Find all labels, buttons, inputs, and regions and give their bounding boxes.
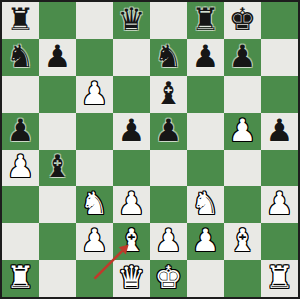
square-b3[interactable] bbox=[39, 186, 76, 223]
square-a7[interactable]: ♞ bbox=[2, 39, 39, 76]
square-f3[interactable]: ♞ bbox=[187, 186, 224, 223]
square-e4[interactable] bbox=[150, 150, 187, 187]
piece-black-pawn[interactable]: ♟ bbox=[7, 115, 35, 146]
square-c7[interactable] bbox=[76, 39, 113, 76]
square-f8[interactable]: ♜ bbox=[187, 2, 224, 39]
square-a1[interactable]: ♜ bbox=[2, 260, 39, 297]
piece-white-pawn[interactable]: ♟ bbox=[192, 225, 220, 256]
square-d5[interactable]: ♟ bbox=[113, 113, 150, 150]
piece-black-queen[interactable]: ♛ bbox=[118, 4, 146, 35]
square-c5[interactable] bbox=[76, 113, 113, 150]
piece-white-king[interactable]: ♚ bbox=[155, 262, 183, 293]
square-c4[interactable] bbox=[76, 150, 113, 187]
square-e3[interactable] bbox=[150, 186, 187, 223]
piece-black-pawn[interactable]: ♟ bbox=[266, 115, 294, 146]
square-c1[interactable] bbox=[76, 260, 113, 297]
square-f6[interactable] bbox=[187, 76, 224, 113]
square-g1[interactable] bbox=[224, 260, 261, 297]
square-c2[interactable]: ♟ bbox=[76, 223, 113, 260]
square-a4[interactable]: ♟ bbox=[2, 150, 39, 187]
piece-black-bishop[interactable]: ♝ bbox=[155, 78, 183, 109]
square-c6[interactable]: ♟ bbox=[76, 76, 113, 113]
square-e8[interactable] bbox=[150, 2, 187, 39]
square-g7[interactable]: ♟ bbox=[224, 39, 261, 76]
square-b1[interactable] bbox=[39, 260, 76, 297]
piece-white-bishop[interactable]: ♝ bbox=[118, 225, 146, 256]
square-b5[interactable] bbox=[39, 113, 76, 150]
square-e5[interactable]: ♟ bbox=[150, 113, 187, 150]
piece-white-bishop[interactable]: ♝ bbox=[229, 225, 257, 256]
piece-white-pawn[interactable]: ♟ bbox=[118, 188, 146, 219]
square-d3[interactable]: ♟ bbox=[113, 186, 150, 223]
square-b7[interactable]: ♟ bbox=[39, 39, 76, 76]
piece-white-pawn[interactable]: ♟ bbox=[229, 115, 257, 146]
piece-black-pawn[interactable]: ♟ bbox=[44, 41, 72, 72]
square-h7[interactable] bbox=[261, 39, 298, 76]
piece-white-pawn[interactable]: ♟ bbox=[81, 78, 109, 109]
square-f7[interactable]: ♟ bbox=[187, 39, 224, 76]
square-h3[interactable]: ♟ bbox=[261, 186, 298, 223]
square-d7[interactable] bbox=[113, 39, 150, 76]
square-a3[interactable] bbox=[2, 186, 39, 223]
square-h8[interactable] bbox=[261, 2, 298, 39]
square-h2[interactable] bbox=[261, 223, 298, 260]
square-f1[interactable] bbox=[187, 260, 224, 297]
square-g2[interactable]: ♝ bbox=[224, 223, 261, 260]
square-a5[interactable]: ♟ bbox=[2, 113, 39, 150]
square-e1[interactable]: ♚ bbox=[150, 260, 187, 297]
piece-black-bishop[interactable]: ♝ bbox=[44, 151, 72, 182]
square-e6[interactable]: ♝ bbox=[150, 76, 187, 113]
square-d6[interactable] bbox=[113, 76, 150, 113]
square-g6[interactable] bbox=[224, 76, 261, 113]
square-d4[interactable] bbox=[113, 150, 150, 187]
square-h5[interactable]: ♟ bbox=[261, 113, 298, 150]
square-d1[interactable]: ♛ bbox=[113, 260, 150, 297]
square-b4[interactable]: ♝ bbox=[39, 150, 76, 187]
square-g5[interactable]: ♟ bbox=[224, 113, 261, 150]
chess-app: ♜♛♜♚♞♟♞♟♟♟♝♟♟♟♟♟♟♝♞♟♞♟♟♝♟♟♝♜♛♚♜ bbox=[0, 0, 300, 299]
piece-white-knight[interactable]: ♞ bbox=[192, 188, 220, 219]
piece-black-pawn[interactable]: ♟ bbox=[118, 115, 146, 146]
square-c3[interactable]: ♞ bbox=[76, 186, 113, 223]
square-h1[interactable]: ♜ bbox=[261, 260, 298, 297]
piece-white-queen[interactable]: ♛ bbox=[118, 262, 146, 293]
square-e7[interactable]: ♞ bbox=[150, 39, 187, 76]
piece-black-knight[interactable]: ♞ bbox=[7, 41, 35, 72]
chess-board: ♜♛♜♚♞♟♞♟♟♟♝♟♟♟♟♟♟♝♞♟♞♟♟♝♟♟♝♜♛♚♜ bbox=[0, 0, 300, 299]
piece-white-pawn[interactable]: ♟ bbox=[7, 151, 35, 182]
piece-white-rook[interactable]: ♜ bbox=[7, 262, 35, 293]
piece-white-knight[interactable]: ♞ bbox=[81, 188, 109, 219]
piece-black-rook[interactable]: ♜ bbox=[7, 4, 35, 35]
piece-black-pawn[interactable]: ♟ bbox=[192, 41, 220, 72]
square-a8[interactable]: ♜ bbox=[2, 2, 39, 39]
piece-black-rook[interactable]: ♜ bbox=[192, 4, 220, 35]
square-f5[interactable] bbox=[187, 113, 224, 150]
square-g8[interactable]: ♚ bbox=[224, 2, 261, 39]
square-e2[interactable]: ♟ bbox=[150, 223, 187, 260]
square-b8[interactable] bbox=[39, 2, 76, 39]
piece-black-pawn[interactable]: ♟ bbox=[229, 41, 257, 72]
square-h6[interactable] bbox=[261, 76, 298, 113]
piece-white-pawn[interactable]: ♟ bbox=[81, 225, 109, 256]
square-b2[interactable] bbox=[39, 223, 76, 260]
square-a2[interactable] bbox=[2, 223, 39, 260]
square-c8[interactable] bbox=[76, 2, 113, 39]
square-d2[interactable]: ♝ bbox=[113, 223, 150, 260]
piece-white-rook[interactable]: ♜ bbox=[266, 262, 294, 293]
square-f2[interactable]: ♟ bbox=[187, 223, 224, 260]
piece-black-pawn[interactable]: ♟ bbox=[155, 115, 183, 146]
piece-white-pawn[interactable]: ♟ bbox=[155, 225, 183, 256]
square-f4[interactable] bbox=[187, 150, 224, 187]
square-a6[interactable] bbox=[2, 76, 39, 113]
square-g4[interactable] bbox=[224, 150, 261, 187]
piece-white-pawn[interactable]: ♟ bbox=[266, 188, 294, 219]
square-h4[interactable] bbox=[261, 150, 298, 187]
square-b6[interactable] bbox=[39, 76, 76, 113]
square-d8[interactable]: ♛ bbox=[113, 2, 150, 39]
piece-black-king[interactable]: ♚ bbox=[229, 4, 257, 35]
square-g3[interactable] bbox=[224, 186, 261, 223]
piece-black-knight[interactable]: ♞ bbox=[155, 41, 183, 72]
